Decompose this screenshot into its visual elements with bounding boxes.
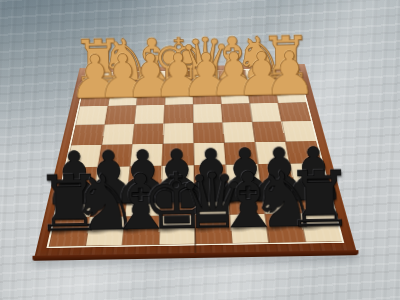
pieces-layer: ♜♞♝♚♛♝♞♜♟♟♟♟♟♟♟♟♟♟♟♟♟♟♟♟♜♞♝♚♛♝♞♜ (0, 0, 400, 300)
piece-white-pawn-a2: ♟ (262, 43, 317, 104)
piece-black-rook-a8: ♜ (285, 162, 355, 240)
board-tilt-group: ♜♞♝♚♛♝♞♜♟♟♟♟♟♟♟♟♟♟♟♟♟♟♟♟♜♞♝♚♛♝♞♜ (0, 0, 400, 300)
chess-photo-scene: ♜♞♝♚♛♝♞♜♟♟♟♟♟♟♟♟♟♟♟♟♟♟♟♟♜♞♝♚♛♝♞♜ (0, 0, 400, 300)
